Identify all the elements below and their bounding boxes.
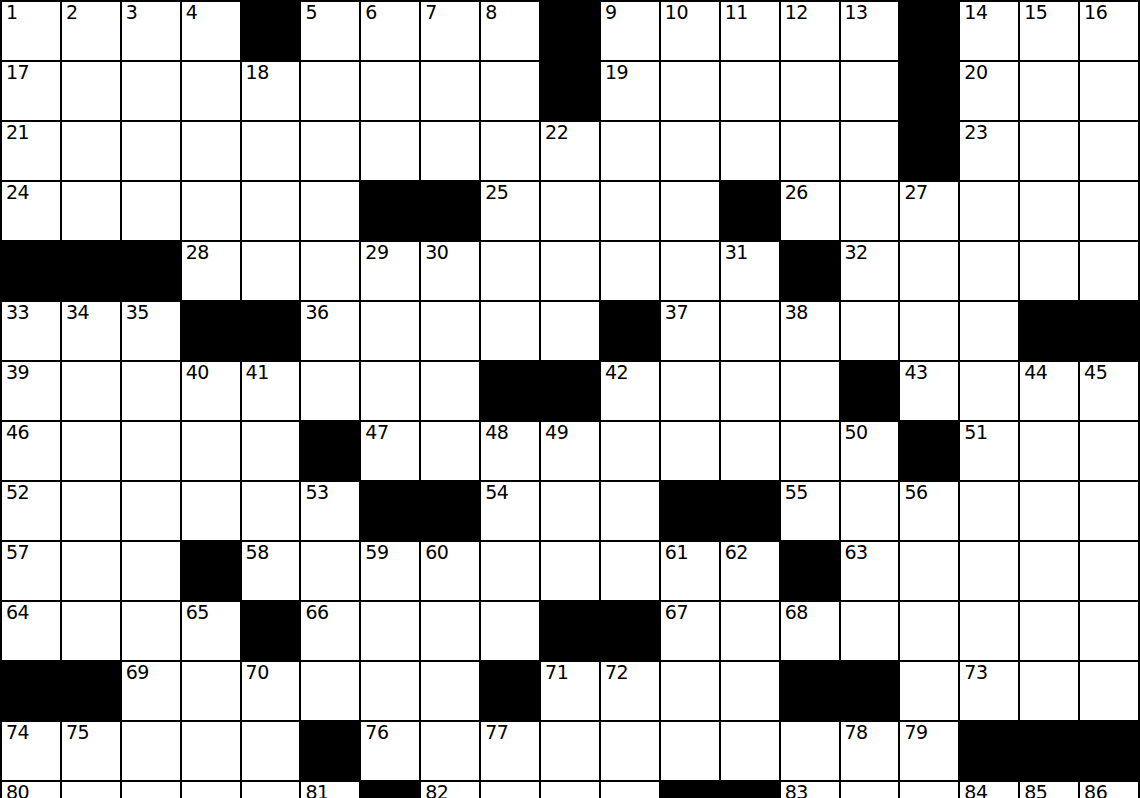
grid-cell[interactable] bbox=[1080, 122, 1138, 180]
grid-cell[interactable]: 36 bbox=[301, 302, 359, 360]
grid-cell[interactable]: 60 bbox=[421, 542, 479, 600]
grid-cell[interactable] bbox=[481, 62, 539, 120]
clue-number: 1 bbox=[6, 3, 18, 23]
grid-cell[interactable] bbox=[900, 602, 958, 660]
grid-cell[interactable] bbox=[242, 722, 300, 780]
clue-number: 64 bbox=[6, 603, 29, 623]
grid-cell[interactable] bbox=[960, 482, 1018, 540]
grid-cell[interactable]: 32 bbox=[841, 242, 899, 300]
grid-cell[interactable]: 64 bbox=[2, 602, 60, 660]
black-cell bbox=[601, 602, 659, 660]
black-cell bbox=[721, 182, 779, 240]
black-cell bbox=[781, 662, 839, 720]
grid-cell[interactable] bbox=[481, 782, 539, 798]
grid-cell[interactable] bbox=[1020, 182, 1078, 240]
clue-number: 17 bbox=[6, 63, 29, 83]
grid-cell[interactable] bbox=[841, 782, 899, 798]
grid-cell[interactable]: 44 bbox=[1020, 362, 1078, 420]
clue-number: 54 bbox=[485, 483, 508, 503]
clue-number: 80 bbox=[6, 783, 29, 798]
grid-cell[interactable]: 9 bbox=[601, 2, 659, 60]
grid-cell[interactable] bbox=[1080, 482, 1138, 540]
clue-number: 66 bbox=[305, 603, 328, 623]
grid-cell[interactable] bbox=[541, 242, 599, 300]
grid-cell[interactable]: 48 bbox=[481, 422, 539, 480]
grid-cell[interactable]: 39 bbox=[2, 362, 60, 420]
grid-cell[interactable] bbox=[721, 362, 779, 420]
grid-cell[interactable] bbox=[601, 242, 659, 300]
grid-cell[interactable] bbox=[361, 62, 419, 120]
grid-cell[interactable] bbox=[1080, 602, 1138, 660]
clue-number: 70 bbox=[246, 663, 269, 683]
black-cell bbox=[182, 302, 240, 360]
grid-cell[interactable] bbox=[421, 302, 479, 360]
grid-cell[interactable]: 20 bbox=[960, 62, 1018, 120]
grid-cell[interactable] bbox=[62, 602, 120, 660]
grid-cell[interactable] bbox=[960, 602, 1018, 660]
black-cell bbox=[62, 662, 120, 720]
grid-cell[interactable]: 59 bbox=[361, 542, 419, 600]
grid-cell[interactable] bbox=[122, 362, 180, 420]
grid-cell[interactable] bbox=[481, 122, 539, 180]
grid-cell[interactable]: 26 bbox=[781, 182, 839, 240]
grid-cell[interactable] bbox=[960, 542, 1018, 600]
black-cell bbox=[361, 482, 419, 540]
black-cell bbox=[2, 242, 60, 300]
grid-cell[interactable]: 57 bbox=[2, 542, 60, 600]
clue-number: 62 bbox=[725, 543, 748, 563]
grid-cell[interactable]: 30 bbox=[421, 242, 479, 300]
grid-cell[interactable]: 28 bbox=[182, 242, 240, 300]
clue-number: 13 bbox=[845, 3, 868, 23]
black-cell bbox=[661, 482, 719, 540]
grid-cell[interactable] bbox=[421, 362, 479, 420]
grid-cell[interactable]: 73 bbox=[960, 662, 1018, 720]
grid-cell[interactable] bbox=[242, 782, 300, 798]
grid-cell[interactable]: 79 bbox=[900, 722, 958, 780]
clue-number: 18 bbox=[246, 63, 269, 83]
grid-cell[interactable]: 38 bbox=[781, 302, 839, 360]
clue-number: 67 bbox=[665, 603, 688, 623]
grid-cell[interactable] bbox=[361, 662, 419, 720]
clue-number: 14 bbox=[964, 3, 987, 23]
grid-cell[interactable] bbox=[721, 302, 779, 360]
grid-cell[interactable] bbox=[122, 782, 180, 798]
grid-cell[interactable] bbox=[661, 362, 719, 420]
grid-cell[interactable] bbox=[661, 182, 719, 240]
clue-number: 43 bbox=[904, 363, 927, 383]
black-cell bbox=[481, 362, 539, 420]
black-cell bbox=[900, 2, 958, 60]
grid-cell[interactable] bbox=[242, 482, 300, 540]
grid-cell[interactable] bbox=[541, 782, 599, 798]
grid-cell[interactable]: 5 bbox=[301, 2, 359, 60]
grid-cell[interactable] bbox=[62, 542, 120, 600]
grid-cell[interactable] bbox=[182, 782, 240, 798]
clue-number: 77 bbox=[485, 723, 508, 743]
clue-number: 48 bbox=[485, 423, 508, 443]
grid-cell[interactable] bbox=[62, 182, 120, 240]
grid-cell[interactable] bbox=[541, 302, 599, 360]
black-cell bbox=[541, 62, 599, 120]
black-cell bbox=[661, 782, 719, 798]
clue-number: 73 bbox=[964, 663, 987, 683]
grid-cell[interactable]: 70 bbox=[242, 662, 300, 720]
grid-cell[interactable] bbox=[122, 422, 180, 480]
grid-cell[interactable] bbox=[601, 482, 659, 540]
clue-number: 25 bbox=[485, 183, 508, 203]
grid-cell[interactable] bbox=[1080, 62, 1138, 120]
clue-number: 23 bbox=[964, 123, 987, 143]
grid-cell[interactable]: 86 bbox=[1080, 782, 1138, 798]
grid-cell[interactable]: 13 bbox=[841, 2, 899, 60]
grid-cell[interactable]: 52 bbox=[2, 482, 60, 540]
grid-cell[interactable]: 46 bbox=[2, 422, 60, 480]
clue-number: 60 bbox=[425, 543, 448, 563]
grid-cell[interactable]: 78 bbox=[841, 722, 899, 780]
grid-cell[interactable] bbox=[721, 602, 779, 660]
grid-cell[interactable] bbox=[301, 122, 359, 180]
clue-number: 3 bbox=[126, 3, 138, 23]
grid-cell[interactable] bbox=[900, 542, 958, 600]
grid-cell[interactable]: 62 bbox=[721, 542, 779, 600]
grid-cell[interactable] bbox=[721, 122, 779, 180]
grid-cell[interactable] bbox=[1020, 242, 1078, 300]
clue-number: 31 bbox=[725, 243, 748, 263]
grid-cell[interactable] bbox=[421, 62, 479, 120]
grid-cell[interactable]: 83 bbox=[781, 782, 839, 798]
grid-cell[interactable] bbox=[62, 62, 120, 120]
grid-cell[interactable]: 31 bbox=[721, 242, 779, 300]
clue-number: 55 bbox=[785, 483, 808, 503]
grid-cell[interactable]: 51 bbox=[960, 422, 1018, 480]
grid-cell[interactable]: 66 bbox=[301, 602, 359, 660]
grid-cell[interactable]: 25 bbox=[481, 182, 539, 240]
black-cell bbox=[781, 542, 839, 600]
clue-number: 32 bbox=[845, 243, 868, 263]
grid-cell[interactable]: 41 bbox=[242, 362, 300, 420]
clue-number: 30 bbox=[425, 243, 448, 263]
grid-cell[interactable] bbox=[841, 182, 899, 240]
grid-cell[interactable] bbox=[182, 62, 240, 120]
grid-cell[interactable] bbox=[1020, 602, 1078, 660]
black-cell bbox=[841, 362, 899, 420]
grid-cell[interactable]: 7 bbox=[421, 2, 479, 60]
grid-cell[interactable]: 35 bbox=[122, 302, 180, 360]
grid-cell[interactable] bbox=[122, 722, 180, 780]
black-cell bbox=[1080, 302, 1138, 360]
grid-cell[interactable] bbox=[1080, 662, 1138, 720]
grid-cell[interactable] bbox=[1020, 422, 1078, 480]
grid-cell[interactable] bbox=[1020, 122, 1078, 180]
black-cell bbox=[421, 182, 479, 240]
grid-cell[interactable] bbox=[361, 602, 419, 660]
grid-cell[interactable]: 17 bbox=[2, 62, 60, 120]
grid-cell[interactable] bbox=[721, 722, 779, 780]
grid-cell[interactable] bbox=[960, 182, 1018, 240]
grid-cell[interactable]: 23 bbox=[960, 122, 1018, 180]
grid-cell[interactable]: 61 bbox=[661, 542, 719, 600]
grid-cell[interactable] bbox=[421, 722, 479, 780]
grid-cell[interactable]: 15 bbox=[1020, 2, 1078, 60]
grid-cell[interactable] bbox=[62, 482, 120, 540]
grid-cell[interactable]: 4 bbox=[182, 2, 240, 60]
black-cell bbox=[361, 782, 419, 798]
grid-cell[interactable] bbox=[122, 482, 180, 540]
grid-cell[interactable] bbox=[900, 242, 958, 300]
clue-number: 74 bbox=[6, 723, 29, 743]
clue-number: 76 bbox=[365, 723, 388, 743]
grid-cell[interactable] bbox=[122, 122, 180, 180]
grid-cell[interactable] bbox=[421, 662, 479, 720]
grid-cell[interactable] bbox=[1080, 542, 1138, 600]
grid-cell[interactable]: 43 bbox=[900, 362, 958, 420]
clue-number: 34 bbox=[66, 303, 89, 323]
grid-cell[interactable]: 67 bbox=[661, 602, 719, 660]
clue-number: 16 bbox=[1084, 3, 1107, 23]
grid-cell[interactable] bbox=[182, 482, 240, 540]
grid-cell[interactable] bbox=[841, 62, 899, 120]
grid-cell[interactable] bbox=[661, 62, 719, 120]
grid-cell[interactable]: 69 bbox=[122, 662, 180, 720]
grid-cell[interactable] bbox=[301, 182, 359, 240]
grid-cell[interactable]: 47 bbox=[361, 422, 419, 480]
grid-cell[interactable] bbox=[481, 602, 539, 660]
grid-cell[interactable] bbox=[1020, 482, 1078, 540]
grid-cell[interactable]: 68 bbox=[781, 602, 839, 660]
clue-number: 47 bbox=[365, 423, 388, 443]
grid-cell[interactable] bbox=[1020, 62, 1078, 120]
grid-cell[interactable] bbox=[301, 242, 359, 300]
grid-cell[interactable] bbox=[182, 722, 240, 780]
grid-cell[interactable]: 63 bbox=[841, 542, 899, 600]
grid-cell[interactable]: 6 bbox=[361, 2, 419, 60]
grid-cell[interactable]: 29 bbox=[361, 242, 419, 300]
grid-cell[interactable] bbox=[122, 182, 180, 240]
grid-cell[interactable] bbox=[900, 662, 958, 720]
grid-cell[interactable] bbox=[182, 422, 240, 480]
clue-number: 21 bbox=[6, 123, 29, 143]
grid-cell[interactable]: 3 bbox=[122, 2, 180, 60]
clue-number: 83 bbox=[785, 783, 808, 798]
grid-cell[interactable] bbox=[301, 62, 359, 120]
clue-number: 46 bbox=[6, 423, 29, 443]
grid-cell[interactable] bbox=[182, 122, 240, 180]
black-cell bbox=[721, 782, 779, 798]
grid-cell[interactable]: 71 bbox=[541, 662, 599, 720]
grid-cell[interactable] bbox=[721, 422, 779, 480]
grid-cell[interactable]: 84 bbox=[960, 782, 1018, 798]
grid-cell[interactable]: 21 bbox=[2, 122, 60, 180]
grid-cell[interactable]: 16 bbox=[1080, 2, 1138, 60]
grid-cell[interactable] bbox=[601, 122, 659, 180]
grid-cell[interactable] bbox=[1080, 422, 1138, 480]
grid-cell[interactable]: 1 bbox=[2, 2, 60, 60]
black-cell bbox=[541, 362, 599, 420]
grid-cell[interactable] bbox=[960, 242, 1018, 300]
grid-cell[interactable]: 12 bbox=[781, 2, 839, 60]
grid-cell[interactable] bbox=[841, 302, 899, 360]
grid-cell[interactable] bbox=[1080, 242, 1138, 300]
grid-cell[interactable] bbox=[661, 722, 719, 780]
grid-cell[interactable] bbox=[781, 122, 839, 180]
grid-cell[interactable] bbox=[122, 542, 180, 600]
grid-cell[interactable] bbox=[541, 722, 599, 780]
grid-cell[interactable]: 24 bbox=[2, 182, 60, 240]
grid-cell[interactable] bbox=[242, 422, 300, 480]
crossword-grid: 1234567891011121314151617181920212223242… bbox=[0, 0, 1140, 798]
grid-cell[interactable]: 76 bbox=[361, 722, 419, 780]
grid-cell[interactable]: 58 bbox=[242, 542, 300, 600]
grid-cell[interactable] bbox=[62, 422, 120, 480]
grid-cell[interactable]: 19 bbox=[601, 62, 659, 120]
grid-cell[interactable]: 53 bbox=[301, 482, 359, 540]
grid-cell[interactable]: 45 bbox=[1080, 362, 1138, 420]
clue-number: 26 bbox=[785, 183, 808, 203]
grid-cell[interactable]: 82 bbox=[421, 782, 479, 798]
grid-cell[interactable]: 11 bbox=[721, 2, 779, 60]
grid-cell[interactable]: 54 bbox=[481, 482, 539, 540]
grid-cell[interactable] bbox=[781, 422, 839, 480]
grid-cell[interactable]: 56 bbox=[900, 482, 958, 540]
clue-number: 63 bbox=[845, 543, 868, 563]
clue-number: 39 bbox=[6, 363, 29, 383]
grid-cell[interactable] bbox=[242, 182, 300, 240]
grid-cell[interactable] bbox=[301, 542, 359, 600]
grid-cell[interactable] bbox=[661, 422, 719, 480]
grid-cell[interactable] bbox=[242, 242, 300, 300]
grid-cell[interactable] bbox=[900, 302, 958, 360]
grid-cell[interactable]: 75 bbox=[62, 722, 120, 780]
grid-cell[interactable]: 65 bbox=[182, 602, 240, 660]
grid-cell[interactable] bbox=[781, 362, 839, 420]
grid-cell[interactable] bbox=[481, 542, 539, 600]
grid-cell[interactable] bbox=[841, 602, 899, 660]
grid-cell[interactable]: 55 bbox=[781, 482, 839, 540]
grid-cell[interactable]: 81 bbox=[301, 782, 359, 798]
grid-cell[interactable]: 50 bbox=[841, 422, 899, 480]
grid-cell[interactable]: 22 bbox=[541, 122, 599, 180]
grid-cell[interactable] bbox=[781, 62, 839, 120]
grid-cell[interactable] bbox=[841, 482, 899, 540]
grid-cell[interactable]: 18 bbox=[242, 62, 300, 120]
black-cell bbox=[541, 2, 599, 60]
grid-cell[interactable] bbox=[182, 182, 240, 240]
grid-cell[interactable] bbox=[661, 242, 719, 300]
grid-cell[interactable] bbox=[721, 662, 779, 720]
clue-number: 29 bbox=[365, 243, 388, 263]
grid-cell[interactable]: 74 bbox=[2, 722, 60, 780]
grid-cell[interactable] bbox=[601, 182, 659, 240]
grid-cell[interactable]: 85 bbox=[1020, 782, 1078, 798]
grid-cell[interactable] bbox=[481, 242, 539, 300]
grid-cell[interactable] bbox=[1020, 542, 1078, 600]
grid-cell[interactable]: 37 bbox=[661, 302, 719, 360]
grid-cell[interactable]: 80 bbox=[2, 782, 60, 798]
clue-number: 61 bbox=[665, 543, 688, 563]
grid-cell[interactable]: 34 bbox=[62, 302, 120, 360]
grid-cell[interactable]: 27 bbox=[900, 182, 958, 240]
clue-number: 65 bbox=[186, 603, 209, 623]
clue-number: 37 bbox=[665, 303, 688, 323]
grid-cell[interactable]: 14 bbox=[960, 2, 1018, 60]
grid-cell[interactable] bbox=[601, 782, 659, 798]
grid-cell[interactable] bbox=[421, 602, 479, 660]
grid-cell[interactable] bbox=[62, 122, 120, 180]
grid-cell[interactable]: 2 bbox=[62, 2, 120, 60]
grid-cell[interactable] bbox=[122, 62, 180, 120]
clue-number: 56 bbox=[904, 483, 927, 503]
grid-cell[interactable]: 42 bbox=[601, 362, 659, 420]
grid-cell[interactable] bbox=[1080, 182, 1138, 240]
grid-cell[interactable] bbox=[361, 302, 419, 360]
clue-number: 33 bbox=[6, 303, 29, 323]
grid-cell[interactable] bbox=[122, 602, 180, 660]
clue-number: 45 bbox=[1084, 363, 1107, 383]
clue-number: 10 bbox=[665, 3, 688, 23]
black-cell bbox=[541, 602, 599, 660]
grid-cell[interactable] bbox=[661, 662, 719, 720]
black-cell bbox=[361, 182, 419, 240]
grid-cell[interactable] bbox=[361, 362, 419, 420]
grid-cell[interactable] bbox=[841, 122, 899, 180]
grid-cell[interactable] bbox=[242, 122, 300, 180]
clue-number: 50 bbox=[845, 423, 868, 443]
black-cell bbox=[242, 2, 300, 60]
grid-cell[interactable] bbox=[301, 662, 359, 720]
grid-cell[interactable] bbox=[481, 302, 539, 360]
grid-cell[interactable] bbox=[301, 362, 359, 420]
grid-cell[interactable] bbox=[62, 362, 120, 420]
grid-cell[interactable] bbox=[960, 302, 1018, 360]
grid-cell[interactable] bbox=[601, 722, 659, 780]
grid-cell[interactable] bbox=[541, 182, 599, 240]
grid-cell[interactable]: 49 bbox=[541, 422, 599, 480]
grid-cell[interactable] bbox=[721, 62, 779, 120]
grid-cell[interactable] bbox=[62, 782, 120, 798]
clue-number: 44 bbox=[1024, 363, 1047, 383]
black-cell bbox=[601, 302, 659, 360]
black-cell bbox=[960, 722, 1018, 780]
grid-cell[interactable]: 77 bbox=[481, 722, 539, 780]
grid-cell[interactable]: 72 bbox=[601, 662, 659, 720]
grid-cell[interactable]: 33 bbox=[2, 302, 60, 360]
grid-cell[interactable] bbox=[421, 122, 479, 180]
grid-cell[interactable] bbox=[781, 722, 839, 780]
grid-cell[interactable] bbox=[601, 422, 659, 480]
black-cell bbox=[301, 722, 359, 780]
black-cell bbox=[481, 662, 539, 720]
grid-cell[interactable]: 8 bbox=[481, 2, 539, 60]
grid-cell[interactable] bbox=[960, 362, 1018, 420]
grid-cell[interactable] bbox=[361, 122, 419, 180]
grid-cell[interactable] bbox=[661, 122, 719, 180]
clue-number: 7 bbox=[425, 3, 437, 23]
clue-number: 2 bbox=[66, 3, 78, 23]
grid-cell[interactable] bbox=[601, 542, 659, 600]
clue-number: 57 bbox=[6, 543, 29, 563]
grid-cell[interactable] bbox=[421, 422, 479, 480]
grid-cell[interactable]: 40 bbox=[182, 362, 240, 420]
grid-cell[interactable] bbox=[1020, 662, 1078, 720]
grid-cell[interactable] bbox=[182, 662, 240, 720]
grid-cell[interactable] bbox=[541, 482, 599, 540]
clue-number: 59 bbox=[365, 543, 388, 563]
grid-cell[interactable] bbox=[900, 782, 958, 798]
grid-cell[interactable] bbox=[541, 542, 599, 600]
black-cell bbox=[62, 242, 120, 300]
grid-cell[interactable]: 10 bbox=[661, 2, 719, 60]
